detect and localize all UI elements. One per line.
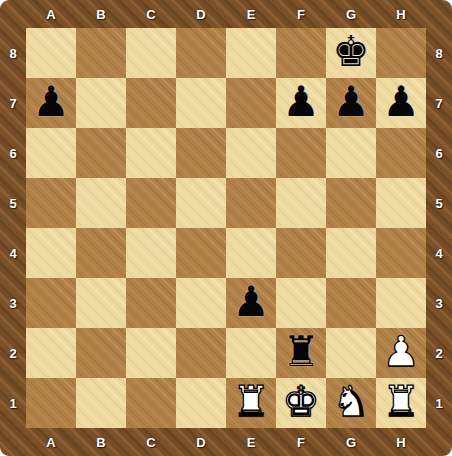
square-a8[interactable] <box>26 28 76 78</box>
square-a1[interactable] <box>26 378 76 428</box>
file-label-top-d: D <box>176 0 226 28</box>
square-f8[interactable] <box>276 28 326 78</box>
square-b3[interactable] <box>76 278 126 328</box>
piece-white-pawn[interactable]: ♟ <box>382 331 420 373</box>
square-f2[interactable]: ♜ <box>276 328 326 378</box>
square-e1[interactable]: ♜ <box>226 378 276 428</box>
square-d7[interactable] <box>176 78 226 128</box>
chessboard: ABCDEFGH ABCDEFGH 87654321 87654321 ♚♟♟♟… <box>0 0 452 456</box>
square-b8[interactable] <box>76 28 126 78</box>
square-f4[interactable] <box>276 228 326 278</box>
square-g1[interactable]: ♞ <box>326 378 376 428</box>
square-c1[interactable] <box>126 378 176 428</box>
square-f3[interactable] <box>276 278 326 328</box>
square-d5[interactable] <box>176 178 226 228</box>
file-label-bottom-c: C <box>126 428 176 456</box>
square-b6[interactable] <box>76 128 126 178</box>
square-b7[interactable] <box>76 78 126 128</box>
rank-label-right-8: 8 <box>426 28 452 78</box>
square-g3[interactable] <box>326 278 376 328</box>
piece-black-rook[interactable]: ♜ <box>282 331 320 373</box>
rank-label-right-6: 6 <box>426 128 452 178</box>
square-f7[interactable]: ♟ <box>276 78 326 128</box>
square-d6[interactable] <box>176 128 226 178</box>
square-c3[interactable] <box>126 278 176 328</box>
rank-label-left-6: 6 <box>0 128 26 178</box>
square-b5[interactable] <box>76 178 126 228</box>
square-g6[interactable] <box>326 128 376 178</box>
file-label-bottom-a: A <box>26 428 76 456</box>
square-h4[interactable] <box>376 228 426 278</box>
square-e5[interactable] <box>226 178 276 228</box>
file-label-top-a: A <box>26 0 76 28</box>
rank-label-left-2: 2 <box>0 328 26 378</box>
piece-black-pawn[interactable]: ♟ <box>332 81 370 123</box>
square-a6[interactable] <box>26 128 76 178</box>
square-g8[interactable]: ♚ <box>326 28 376 78</box>
square-g4[interactable] <box>326 228 376 278</box>
file-label-bottom-d: D <box>176 428 226 456</box>
square-c5[interactable] <box>126 178 176 228</box>
square-a2[interactable] <box>26 328 76 378</box>
square-h5[interactable] <box>376 178 426 228</box>
piece-black-pawn[interactable]: ♟ <box>282 81 320 123</box>
rank-label-right-3: 3 <box>426 278 452 328</box>
piece-black-pawn[interactable]: ♟ <box>32 81 70 123</box>
board-grid: ♚♟♟♟♟♟♜♟♜♚♞♜ <box>26 28 426 428</box>
square-c8[interactable] <box>126 28 176 78</box>
file-label-top-b: B <box>76 0 126 28</box>
square-a5[interactable] <box>26 178 76 228</box>
rank-labels-right: 87654321 <box>426 28 452 428</box>
rank-label-left-8: 8 <box>0 28 26 78</box>
square-d2[interactable] <box>176 328 226 378</box>
square-b2[interactable] <box>76 328 126 378</box>
rank-label-right-4: 4 <box>426 228 452 278</box>
square-e3[interactable]: ♟ <box>226 278 276 328</box>
file-labels-bottom: ABCDEFGH <box>26 428 426 456</box>
file-label-bottom-e: E <box>226 428 276 456</box>
square-e6[interactable] <box>226 128 276 178</box>
square-d8[interactable] <box>176 28 226 78</box>
square-g7[interactable]: ♟ <box>326 78 376 128</box>
square-d4[interactable] <box>176 228 226 278</box>
rank-label-right-1: 1 <box>426 378 452 428</box>
square-b1[interactable] <box>76 378 126 428</box>
file-labels-top: ABCDEFGH <box>26 0 426 28</box>
rank-label-right-5: 5 <box>426 178 452 228</box>
square-h6[interactable] <box>376 128 426 178</box>
square-h3[interactable] <box>376 278 426 328</box>
square-e4[interactable] <box>226 228 276 278</box>
rank-labels-left: 87654321 <box>0 28 26 428</box>
square-h7[interactable]: ♟ <box>376 78 426 128</box>
file-label-bottom-b: B <box>76 428 126 456</box>
square-d3[interactable] <box>176 278 226 328</box>
square-f1[interactable]: ♚ <box>276 378 326 428</box>
square-c4[interactable] <box>126 228 176 278</box>
piece-black-pawn[interactable]: ♟ <box>232 281 270 323</box>
file-label-top-g: G <box>326 0 376 28</box>
square-h2[interactable]: ♟ <box>376 328 426 378</box>
rank-label-left-1: 1 <box>0 378 26 428</box>
square-f6[interactable] <box>276 128 326 178</box>
rank-label-left-4: 4 <box>0 228 26 278</box>
file-label-bottom-h: H <box>376 428 426 456</box>
square-f5[interactable] <box>276 178 326 228</box>
square-e8[interactable] <box>226 28 276 78</box>
square-a7[interactable]: ♟ <box>26 78 76 128</box>
file-label-bottom-g: G <box>326 428 376 456</box>
piece-black-pawn[interactable]: ♟ <box>382 81 420 123</box>
square-g5[interactable] <box>326 178 376 228</box>
file-label-top-h: H <box>376 0 426 28</box>
file-label-top-e: E <box>226 0 276 28</box>
piece-white-rook[interactable]: ♜ <box>382 381 420 423</box>
square-d1[interactable] <box>176 378 226 428</box>
rank-label-right-2: 2 <box>426 328 452 378</box>
piece-white-knight[interactable]: ♞ <box>332 381 370 423</box>
square-b4[interactable] <box>76 228 126 278</box>
square-a3[interactable] <box>26 278 76 328</box>
piece-white-king[interactable]: ♚ <box>282 381 320 423</box>
rank-label-left-7: 7 <box>0 78 26 128</box>
piece-white-rook[interactable]: ♜ <box>232 381 270 423</box>
file-label-top-f: F <box>276 0 326 28</box>
square-c6[interactable] <box>126 128 176 178</box>
square-h8[interactable] <box>376 28 426 78</box>
file-label-top-c: C <box>126 0 176 28</box>
square-g2[interactable] <box>326 328 376 378</box>
square-c7[interactable] <box>126 78 176 128</box>
rank-label-left-5: 5 <box>0 178 26 228</box>
rank-label-right-7: 7 <box>426 78 452 128</box>
square-a4[interactable] <box>26 228 76 278</box>
square-e7[interactable] <box>226 78 276 128</box>
rank-label-left-3: 3 <box>0 278 26 328</box>
square-h1[interactable]: ♜ <box>376 378 426 428</box>
square-c2[interactable] <box>126 328 176 378</box>
file-label-bottom-f: F <box>276 428 326 456</box>
piece-black-king[interactable]: ♚ <box>332 31 370 73</box>
square-e2[interactable] <box>226 328 276 378</box>
